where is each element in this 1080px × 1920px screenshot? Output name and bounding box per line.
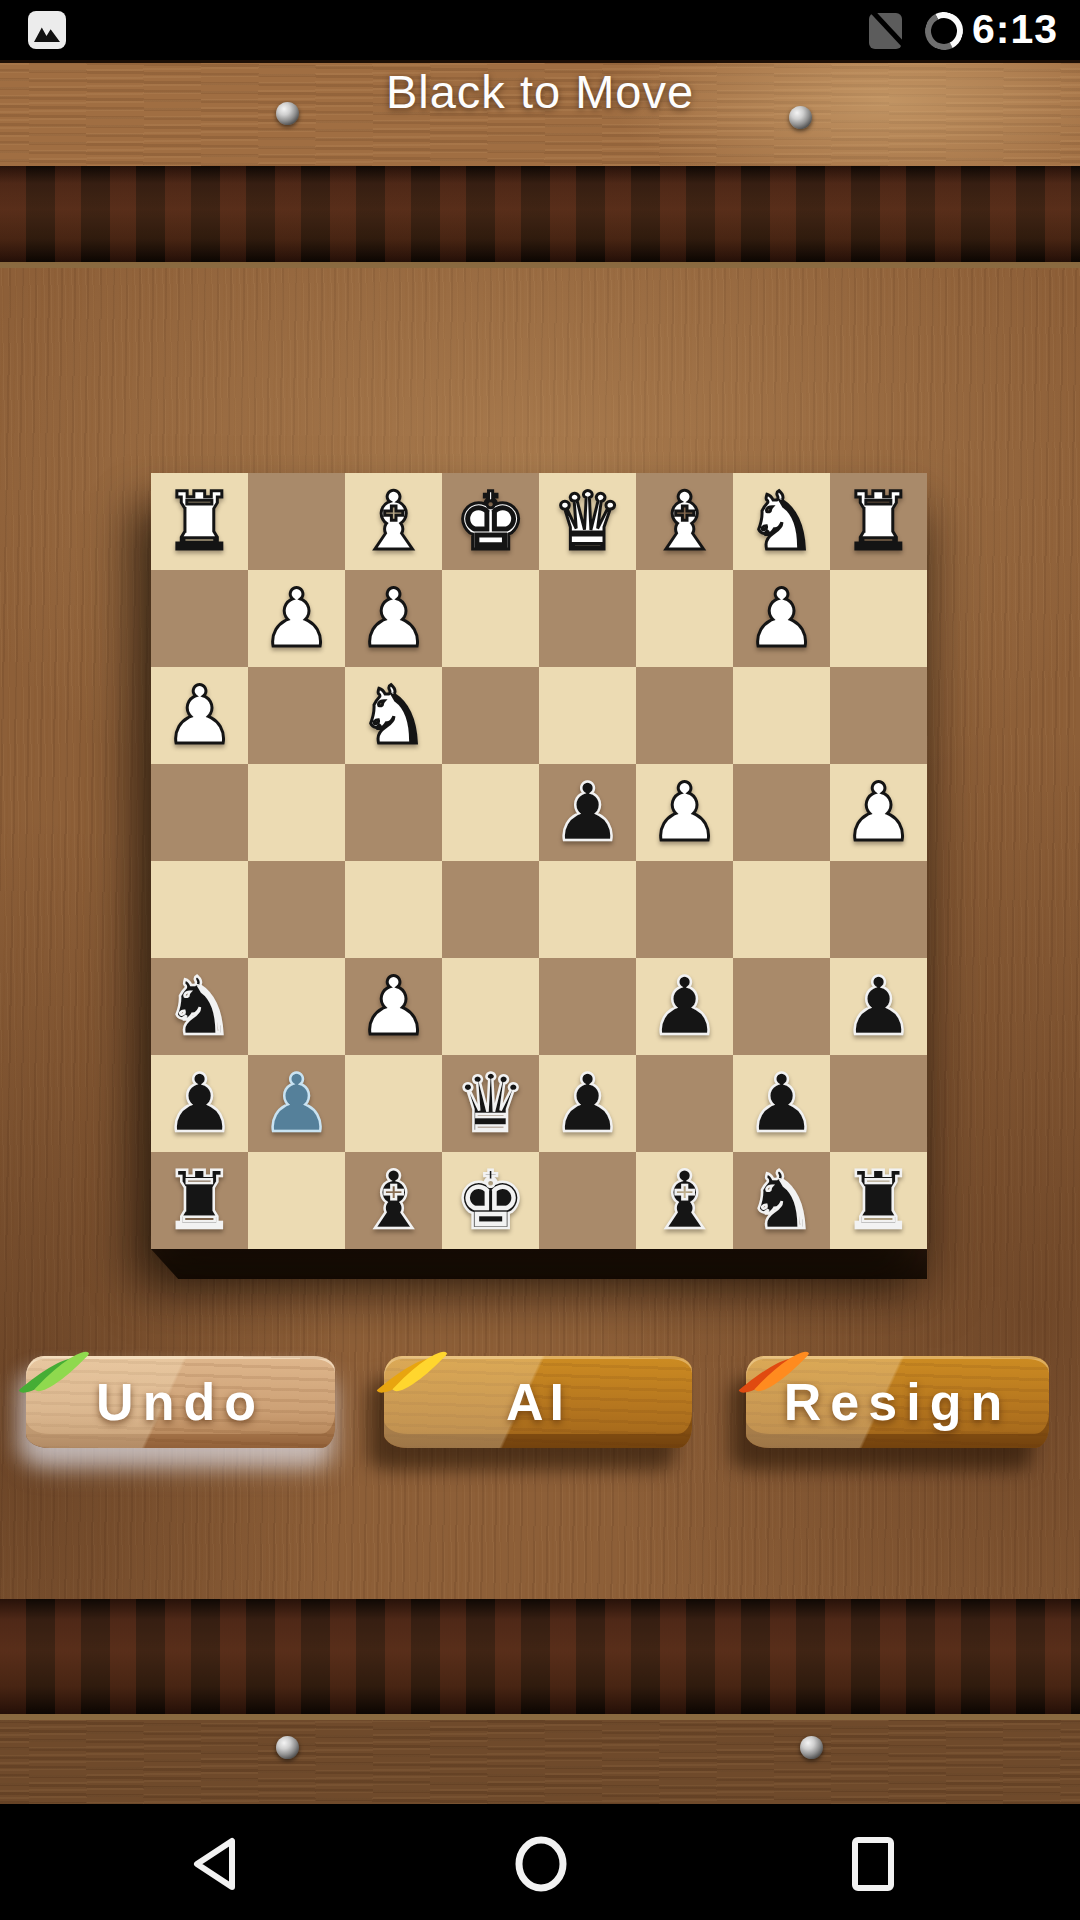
square-b5[interactable] [733, 861, 830, 958]
piece-white-Q-d1[interactable]: ♛ [552, 482, 624, 562]
square-d2[interactable] [539, 570, 636, 667]
square-f8[interactable]: ♝ [345, 1152, 442, 1249]
cast-off-icon [869, 13, 902, 49]
square-h8[interactable]: ♜ [151, 1152, 248, 1249]
square-e6[interactable] [442, 958, 539, 1055]
square-b7[interactable]: ♟ [733, 1055, 830, 1152]
square-a2[interactable] [830, 570, 927, 667]
square-a3[interactable] [830, 667, 927, 764]
page-title: Black to Move [0, 64, 1080, 119]
sync-spinner-icon [920, 7, 968, 55]
square-e2[interactable] [442, 570, 539, 667]
square-b1[interactable]: ♞ [733, 473, 830, 570]
square-c1[interactable]: ♝ [636, 473, 733, 570]
undo-button[interactable]: Undo [26, 1356, 335, 1448]
square-g5[interactable] [248, 861, 345, 958]
piece-black-P-h7[interactable]: ♟ [164, 1064, 236, 1144]
gallery-mountains [34, 25, 60, 42]
square-f5[interactable] [345, 861, 442, 958]
square-g1[interactable] [248, 473, 345, 570]
square-h2[interactable] [151, 570, 248, 667]
square-f7[interactable] [345, 1055, 442, 1152]
piece-black-K-e8[interactable]: ♚ [455, 1161, 527, 1241]
square-g7[interactable]: ♟ [248, 1055, 345, 1152]
square-e7[interactable]: ♛ [442, 1055, 539, 1152]
square-e5[interactable] [442, 861, 539, 958]
piece-black-R-h8[interactable]: ♜ [164, 1161, 236, 1241]
back-icon[interactable] [188, 1836, 240, 1892]
piece-white-P-h3[interactable]: ♟ [164, 676, 236, 756]
piece-black-N-b8[interactable]: ♞ [746, 1161, 818, 1241]
chess-app-screen: 6:13 Black to Move ♜♝♚♛♝♞♜♟♟♟♟♞♟♟♟♞♟♟♟♟♟… [0, 0, 1080, 1920]
square-g2[interactable]: ♟ [248, 570, 345, 667]
square-a6[interactable]: ♟ [830, 958, 927, 1055]
square-g3[interactable] [248, 667, 345, 764]
wood-groove-top [0, 166, 1080, 268]
piece-white-R-a1[interactable]: ♜ [843, 482, 915, 562]
square-b8[interactable]: ♞ [733, 1152, 830, 1249]
android-nav-bar [0, 1804, 1080, 1920]
piece-white-P-f6[interactable]: ♟ [358, 967, 430, 1047]
piece-white-P-b2[interactable]: ♟ [746, 579, 818, 659]
square-g4[interactable] [248, 764, 345, 861]
piece-black-P-d4[interactable]: ♟ [552, 773, 624, 853]
ai-button-label: AI [506, 1372, 570, 1432]
ai-button[interactable]: AI [384, 1356, 692, 1448]
square-f4[interactable] [345, 764, 442, 861]
square-g6[interactable] [248, 958, 345, 1055]
square-b2[interactable]: ♟ [733, 570, 830, 667]
screw-icon [276, 1736, 299, 1759]
piece-black-P-g7[interactable]: ♟ [261, 1064, 333, 1144]
screw-icon [800, 1736, 823, 1759]
square-c6[interactable]: ♟ [636, 958, 733, 1055]
square-f6[interactable]: ♟ [345, 958, 442, 1055]
screw-icon [789, 106, 812, 129]
square-h3[interactable]: ♟ [151, 667, 248, 764]
piece-black-P-a6[interactable]: ♟ [843, 967, 915, 1047]
square-d5[interactable] [539, 861, 636, 958]
piece-black-B-c8[interactable]: ♝ [649, 1161, 721, 1241]
square-c7[interactable] [636, 1055, 733, 1152]
piece-white-K-e1[interactable]: ♚ [455, 482, 527, 562]
square-e3[interactable] [442, 667, 539, 764]
resign-button-label: Resign [784, 1372, 1011, 1432]
square-a7[interactable] [830, 1055, 927, 1152]
piece-white-P-a4[interactable]: ♟ [843, 773, 915, 853]
square-h1[interactable]: ♜ [151, 473, 248, 570]
square-d6[interactable] [539, 958, 636, 1055]
square-d8[interactable] [539, 1152, 636, 1249]
square-b4[interactable] [733, 764, 830, 861]
square-f3[interactable]: ♞ [345, 667, 442, 764]
square-h5[interactable] [151, 861, 248, 958]
square-g8[interactable] [248, 1152, 345, 1249]
piece-black-B-f8[interactable]: ♝ [358, 1161, 430, 1241]
square-e1[interactable]: ♚ [442, 473, 539, 570]
screw-icon [276, 102, 299, 125]
square-d3[interactable] [539, 667, 636, 764]
square-d1[interactable]: ♛ [539, 473, 636, 570]
square-h4[interactable] [151, 764, 248, 861]
piece-white-N-b1[interactable]: ♞ [746, 482, 818, 562]
resign-button[interactable]: Resign [746, 1356, 1049, 1448]
undo-button-label: Undo [96, 1372, 265, 1432]
piece-white-R-h1[interactable]: ♜ [164, 482, 236, 562]
square-a8[interactable]: ♜ [830, 1152, 927, 1249]
square-b6[interactable] [733, 958, 830, 1055]
status-bar: 6:13 [0, 0, 1080, 60]
chess-board: ♜♝♚♛♝♞♜♟♟♟♟♞♟♟♟♞♟♟♟♟♟♛♟♟♜♝♚♝♞♜ [151, 473, 927, 1249]
square-c8[interactable]: ♝ [636, 1152, 733, 1249]
piece-black-Q-e7[interactable]: ♛ [455, 1064, 527, 1144]
piece-white-P-g2[interactable]: ♟ [261, 579, 333, 659]
square-c4[interactable]: ♟ [636, 764, 733, 861]
square-e4[interactable] [442, 764, 539, 861]
piece-black-P-d7[interactable]: ♟ [552, 1064, 624, 1144]
square-c2[interactable] [636, 570, 733, 667]
piece-white-B-c1[interactable]: ♝ [649, 482, 721, 562]
square-e8[interactable]: ♚ [442, 1152, 539, 1249]
piece-white-N-f3[interactable]: ♞ [358, 676, 430, 756]
piece-white-P-c4[interactable]: ♟ [649, 773, 721, 853]
square-a1[interactable]: ♜ [830, 473, 927, 570]
square-h6[interactable]: ♞ [151, 958, 248, 1055]
square-a5[interactable] [830, 861, 927, 958]
board-bottom-edge [151, 1249, 927, 1279]
square-d7[interactable]: ♟ [539, 1055, 636, 1152]
status-time: 6:13 [972, 6, 1058, 53]
wood-groove-bottom [0, 1599, 1080, 1720]
groove-streaks [0, 1599, 1080, 1714]
groove-streaks [0, 166, 1080, 262]
piece-white-B-f1[interactable]: ♝ [358, 482, 430, 562]
piece-black-P-b7[interactable]: ♟ [746, 1064, 818, 1144]
home-icon[interactable] [513, 1836, 569, 1892]
square-d4[interactable]: ♟ [539, 764, 636, 861]
square-a4[interactable]: ♟ [830, 764, 927, 861]
square-c3[interactable] [636, 667, 733, 764]
piece-black-P-c6[interactable]: ♟ [649, 967, 721, 1047]
square-f1[interactable]: ♝ [345, 473, 442, 570]
square-c5[interactable] [636, 861, 733, 958]
square-b3[interactable] [733, 667, 830, 764]
recents-icon[interactable] [849, 1836, 897, 1892]
piece-black-R-a8[interactable]: ♜ [843, 1161, 915, 1241]
piece-white-P-f2[interactable]: ♟ [358, 579, 430, 659]
square-f2[interactable]: ♟ [345, 570, 442, 667]
wood-bottom-plank [0, 1720, 1080, 1804]
gallery-icon [28, 11, 66, 49]
square-h7[interactable]: ♟ [151, 1055, 248, 1152]
piece-black-N-h6[interactable]: ♞ [164, 967, 236, 1047]
